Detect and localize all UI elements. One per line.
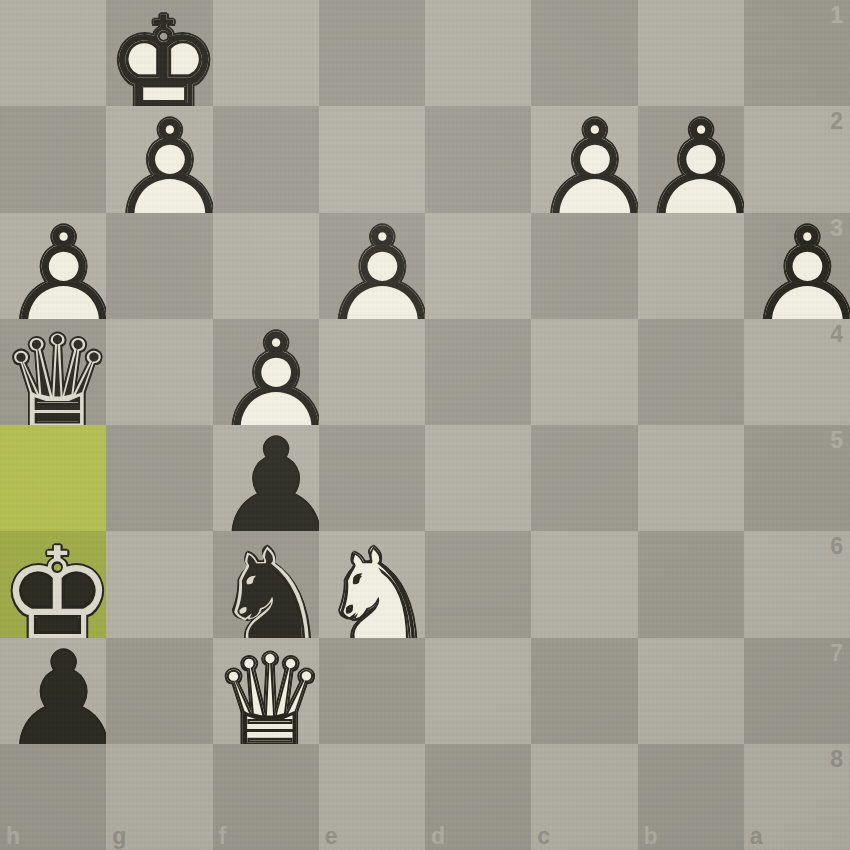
square-g4[interactable] xyxy=(106,319,212,425)
square-b6[interactable] xyxy=(638,531,744,637)
square-d4[interactable] xyxy=(425,319,531,425)
square-a7[interactable]: 7 xyxy=(744,638,850,744)
file-label-d: d xyxy=(431,825,445,848)
square-f7[interactable]: ♛♕ xyxy=(213,638,319,744)
rank-label-7: 7 xyxy=(830,642,843,665)
square-a6[interactable]: 6 xyxy=(744,531,850,637)
rank-label-5: 5 xyxy=(830,429,843,452)
file-label-g: g xyxy=(112,825,126,848)
square-c6[interactable] xyxy=(531,531,637,637)
square-e6[interactable]: ♞♘ xyxy=(319,531,425,637)
square-d3[interactable] xyxy=(425,213,531,319)
white-pawn[interactable]: ♟♙ xyxy=(0,213,106,319)
square-b4[interactable] xyxy=(638,319,744,425)
white-pawn[interactable]: ♟♙ xyxy=(531,106,637,212)
black-knight[interactable]: ♞♘ xyxy=(213,531,319,637)
file-label-h: h xyxy=(6,825,20,848)
rank-label-6: 6 xyxy=(830,535,843,558)
square-f2[interactable] xyxy=(213,106,319,212)
rank-label-8: 8 xyxy=(830,748,843,771)
file-label-e: e xyxy=(325,825,338,848)
square-e5[interactable] xyxy=(319,425,425,531)
file-label-a: a xyxy=(750,825,763,848)
square-h3[interactable]: ♟♙ xyxy=(0,213,106,319)
black-pawn[interactable]: ♟♙ xyxy=(213,425,319,531)
square-f6[interactable]: ♞♘ xyxy=(213,531,319,637)
chess-app: ♚♔1♟♙♟♙♟♙2♟♙♟♙3♟♙♛♕♟♙4♟♙5♚♔♞♘♞♘6♟♙♛♕7hgf… xyxy=(0,0,850,850)
square-b8[interactable]: b xyxy=(638,744,744,850)
square-h5[interactable] xyxy=(0,425,106,531)
square-d1[interactable] xyxy=(425,0,531,106)
square-c5[interactable] xyxy=(531,425,637,531)
square-a4[interactable]: 4 xyxy=(744,319,850,425)
square-g5[interactable] xyxy=(106,425,212,531)
square-a5[interactable]: 5 xyxy=(744,425,850,531)
white-pawn[interactable]: ♟♙ xyxy=(638,106,744,212)
square-e1[interactable] xyxy=(319,0,425,106)
square-b5[interactable] xyxy=(638,425,744,531)
square-e7[interactable] xyxy=(319,638,425,744)
white-queen[interactable]: ♛♕ xyxy=(213,638,319,744)
square-c4[interactable] xyxy=(531,319,637,425)
square-h7[interactable]: ♟♙ xyxy=(0,638,106,744)
square-g7[interactable] xyxy=(106,638,212,744)
square-b3[interactable] xyxy=(638,213,744,319)
square-e8[interactable]: e xyxy=(319,744,425,850)
square-c8[interactable]: c xyxy=(531,744,637,850)
square-d5[interactable] xyxy=(425,425,531,531)
square-d6[interactable] xyxy=(425,531,531,637)
file-label-b: b xyxy=(644,825,658,848)
square-f5[interactable]: ♟♙ xyxy=(213,425,319,531)
square-h1[interactable] xyxy=(0,0,106,106)
square-f8[interactable]: f xyxy=(213,744,319,850)
square-b2[interactable]: ♟♙ xyxy=(638,106,744,212)
black-queen[interactable]: ♛♕ xyxy=(0,319,106,425)
square-c2[interactable]: ♟♙ xyxy=(531,106,637,212)
square-a8[interactable]: a8 xyxy=(744,744,850,850)
chess-board: ♚♔1♟♙♟♙♟♙2♟♙♟♙3♟♙♛♕♟♙4♟♙5♚♔♞♘♞♘6♟♙♛♕7hgf… xyxy=(0,0,850,850)
white-knight[interactable]: ♞♘ xyxy=(319,531,425,637)
white-pawn[interactable]: ♟♙ xyxy=(744,213,850,319)
rank-label-4: 4 xyxy=(830,323,843,346)
square-h4[interactable]: ♛♕ xyxy=(0,319,106,425)
rank-label-1: 1 xyxy=(830,4,843,27)
square-a3[interactable]: 3♟♙ xyxy=(744,213,850,319)
rank-label-2: 2 xyxy=(830,110,843,133)
file-label-f: f xyxy=(219,825,227,848)
square-h8[interactable]: h xyxy=(0,744,106,850)
square-d8[interactable]: d xyxy=(425,744,531,850)
square-b7[interactable] xyxy=(638,638,744,744)
square-c7[interactable] xyxy=(531,638,637,744)
file-label-c: c xyxy=(537,825,550,848)
black-pawn[interactable]: ♟♙ xyxy=(0,638,106,744)
square-c3[interactable] xyxy=(531,213,637,319)
square-g8[interactable]: g xyxy=(106,744,212,850)
square-d7[interactable] xyxy=(425,638,531,744)
square-g3[interactable] xyxy=(106,213,212,319)
